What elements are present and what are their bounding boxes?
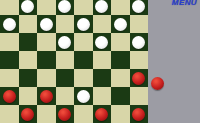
board-square-r4c5[interactable] bbox=[93, 69, 112, 87]
board-square-r3c5[interactable] bbox=[93, 51, 112, 69]
board-square-r2c5[interactable] bbox=[93, 33, 112, 51]
board-square-r5c5[interactable] bbox=[93, 87, 112, 105]
red-piece[interactable] bbox=[132, 108, 145, 121]
red-piece[interactable] bbox=[95, 108, 108, 121]
white-piece[interactable] bbox=[21, 0, 34, 13]
white-piece[interactable] bbox=[95, 0, 108, 13]
red-piece[interactable] bbox=[21, 108, 34, 121]
red-piece[interactable] bbox=[3, 90, 16, 103]
board-square-r0c7[interactable] bbox=[130, 0, 149, 15]
board-square-r4c7[interactable] bbox=[130, 69, 149, 87]
board-square-r6c1[interactable] bbox=[19, 105, 38, 123]
red-piece[interactable] bbox=[40, 90, 53, 103]
board-square-r2c2[interactable] bbox=[37, 33, 56, 51]
board-square-r1c1[interactable] bbox=[19, 15, 38, 33]
board-square-r5c2[interactable] bbox=[37, 87, 56, 105]
board-square-r0c0[interactable] bbox=[0, 0, 19, 15]
board-square-r3c6[interactable] bbox=[111, 51, 130, 69]
white-piece[interactable] bbox=[95, 36, 108, 49]
board-square-r3c3[interactable] bbox=[56, 51, 75, 69]
board-square-r3c7[interactable] bbox=[130, 51, 149, 69]
board-square-r6c7[interactable] bbox=[130, 105, 149, 123]
board-square-r1c5[interactable] bbox=[93, 15, 112, 33]
board-square-r1c0[interactable] bbox=[0, 15, 19, 33]
white-piece[interactable] bbox=[114, 18, 127, 31]
red-piece[interactable] bbox=[58, 108, 71, 121]
board-square-r3c0[interactable] bbox=[0, 51, 19, 69]
board-square-r5c4[interactable] bbox=[74, 87, 93, 105]
board-square-r5c3[interactable] bbox=[56, 87, 75, 105]
board-square-r5c1[interactable] bbox=[19, 87, 38, 105]
menu-button[interactable]: MENU bbox=[172, 0, 197, 8]
white-piece[interactable] bbox=[58, 0, 71, 13]
sidebar: MENU bbox=[148, 0, 200, 123]
board-square-r2c1[interactable] bbox=[19, 33, 38, 51]
turn-indicator-red-piece bbox=[151, 77, 164, 90]
white-piece[interactable] bbox=[132, 36, 145, 49]
board-square-r0c1[interactable] bbox=[19, 0, 38, 15]
board-square-r1c3[interactable] bbox=[56, 15, 75, 33]
board-square-r3c4[interactable] bbox=[74, 51, 93, 69]
board-square-r6c6[interactable] bbox=[111, 105, 130, 123]
white-piece[interactable] bbox=[58, 36, 71, 49]
board-square-r1c2[interactable] bbox=[37, 15, 56, 33]
board-square-r6c2[interactable] bbox=[37, 105, 56, 123]
board-square-r0c6[interactable] bbox=[111, 0, 130, 15]
board-square-r1c4[interactable] bbox=[74, 15, 93, 33]
checkers-board bbox=[0, 0, 148, 123]
board-square-r3c1[interactable] bbox=[19, 51, 38, 69]
board-square-r3c2[interactable] bbox=[37, 51, 56, 69]
board-square-r2c6[interactable] bbox=[111, 33, 130, 51]
board-square-r0c3[interactable] bbox=[56, 0, 75, 15]
board-square-r5c0[interactable] bbox=[0, 87, 19, 105]
board-square-r6c4[interactable] bbox=[74, 105, 93, 123]
red-piece[interactable] bbox=[132, 72, 145, 85]
board-square-r4c3[interactable] bbox=[56, 69, 75, 87]
board-square-r6c5[interactable] bbox=[93, 105, 112, 123]
board-square-r4c1[interactable] bbox=[19, 69, 38, 87]
board-square-r0c4[interactable] bbox=[74, 0, 93, 15]
board-square-r2c0[interactable] bbox=[0, 33, 19, 51]
white-piece[interactable] bbox=[77, 90, 90, 103]
board-square-r2c7[interactable] bbox=[130, 33, 149, 51]
white-piece[interactable] bbox=[77, 18, 90, 31]
board-square-r1c6[interactable] bbox=[111, 15, 130, 33]
board-square-r6c3[interactable] bbox=[56, 105, 75, 123]
board-square-r5c6[interactable] bbox=[111, 87, 130, 105]
board-square-r4c4[interactable] bbox=[74, 69, 93, 87]
board-square-r2c4[interactable] bbox=[74, 33, 93, 51]
white-piece[interactable] bbox=[40, 18, 53, 31]
board-square-r4c2[interactable] bbox=[37, 69, 56, 87]
board-square-r0c5[interactable] bbox=[93, 0, 112, 15]
checkers-game-screen: MENU bbox=[0, 0, 200, 123]
board-square-r4c0[interactable] bbox=[0, 69, 19, 87]
board-square-r6c0[interactable] bbox=[0, 105, 19, 123]
board-square-r4c6[interactable] bbox=[111, 69, 130, 87]
white-piece[interactable] bbox=[132, 0, 145, 13]
white-piece[interactable] bbox=[3, 18, 16, 31]
board-square-r1c7[interactable] bbox=[130, 15, 149, 33]
board-square-r2c3[interactable] bbox=[56, 33, 75, 51]
board-square-r5c7[interactable] bbox=[130, 87, 149, 105]
board-square-r0c2[interactable] bbox=[37, 0, 56, 15]
